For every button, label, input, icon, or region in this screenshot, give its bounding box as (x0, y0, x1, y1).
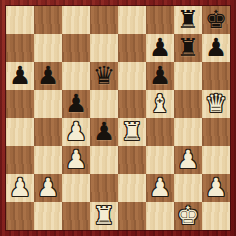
white-pawn[interactable]: ♟ (37, 174, 59, 202)
square-a5[interactable] (6, 90, 34, 118)
square-h4[interactable] (202, 118, 230, 146)
square-d5[interactable] (90, 90, 118, 118)
square-f3[interactable] (146, 146, 174, 174)
square-d8[interactable] (90, 6, 118, 34)
square-h6[interactable] (202, 62, 230, 90)
black-queen[interactable]: ♛ (93, 62, 115, 90)
square-e6[interactable] (118, 62, 146, 90)
square-c6[interactable] (62, 62, 90, 90)
square-b2[interactable]: ♟ (34, 174, 62, 202)
square-f6[interactable]: ♟ (146, 62, 174, 90)
chess-board-frame: ♜♚♟♜♟♟♟♛♟♟♝♛♟♟♜♟♟♟♟♟♟♜♚ (0, 0, 236, 236)
white-pawn[interactable]: ♟ (65, 146, 87, 174)
square-f1[interactable] (146, 202, 174, 230)
square-c1[interactable] (62, 202, 90, 230)
white-pawn[interactable]: ♟ (177, 146, 199, 174)
square-d2[interactable] (90, 174, 118, 202)
white-bishop[interactable]: ♝ (149, 90, 171, 118)
white-pawn[interactable]: ♟ (65, 118, 87, 146)
square-h2[interactable]: ♟ (202, 174, 230, 202)
square-b1[interactable] (34, 202, 62, 230)
square-a2[interactable]: ♟ (6, 174, 34, 202)
square-c4[interactable]: ♟ (62, 118, 90, 146)
square-c3[interactable]: ♟ (62, 146, 90, 174)
square-b6[interactable]: ♟ (34, 62, 62, 90)
black-pawn[interactable]: ♟ (37, 62, 59, 90)
square-f8[interactable] (146, 6, 174, 34)
square-d7[interactable] (90, 34, 118, 62)
square-a7[interactable] (6, 34, 34, 62)
square-f7[interactable]: ♟ (146, 34, 174, 62)
square-e8[interactable] (118, 6, 146, 34)
square-a6[interactable]: ♟ (6, 62, 34, 90)
black-rook[interactable]: ♜ (177, 6, 199, 34)
square-a4[interactable] (6, 118, 34, 146)
square-d4[interactable]: ♟ (90, 118, 118, 146)
square-f4[interactable] (146, 118, 174, 146)
black-king[interactable]: ♚ (205, 6, 227, 34)
square-d6[interactable]: ♛ (90, 62, 118, 90)
white-king[interactable]: ♚ (177, 202, 199, 230)
square-b7[interactable] (34, 34, 62, 62)
black-pawn[interactable]: ♟ (9, 62, 31, 90)
square-h7[interactable]: ♟ (202, 34, 230, 62)
black-pawn[interactable]: ♟ (65, 90, 87, 118)
square-a1[interactable] (6, 202, 34, 230)
black-pawn[interactable]: ♟ (205, 34, 227, 62)
chess-board: ♜♚♟♜♟♟♟♛♟♟♝♛♟♟♜♟♟♟♟♟♟♜♚ (6, 6, 230, 230)
white-rook[interactable]: ♜ (93, 202, 115, 230)
black-rook[interactable]: ♜ (177, 34, 199, 62)
square-f5[interactable]: ♝ (146, 90, 174, 118)
square-b8[interactable] (34, 6, 62, 34)
square-g3[interactable]: ♟ (174, 146, 202, 174)
square-d3[interactable] (90, 146, 118, 174)
black-pawn[interactable]: ♟ (149, 62, 171, 90)
white-queen[interactable]: ♛ (205, 90, 227, 118)
square-g8[interactable]: ♜ (174, 6, 202, 34)
square-c8[interactable] (62, 6, 90, 34)
square-e7[interactable] (118, 34, 146, 62)
square-h8[interactable]: ♚ (202, 6, 230, 34)
square-g2[interactable] (174, 174, 202, 202)
square-e5[interactable] (118, 90, 146, 118)
square-e3[interactable] (118, 146, 146, 174)
black-pawn[interactable]: ♟ (149, 34, 171, 62)
square-e2[interactable] (118, 174, 146, 202)
square-e1[interactable] (118, 202, 146, 230)
square-h1[interactable] (202, 202, 230, 230)
white-rook[interactable]: ♜ (121, 118, 143, 146)
square-a8[interactable] (6, 6, 34, 34)
square-c5[interactable]: ♟ (62, 90, 90, 118)
square-f2[interactable]: ♟ (146, 174, 174, 202)
square-h3[interactable] (202, 146, 230, 174)
square-a3[interactable] (6, 146, 34, 174)
square-h5[interactable]: ♛ (202, 90, 230, 118)
square-b3[interactable] (34, 146, 62, 174)
square-g1[interactable]: ♚ (174, 202, 202, 230)
white-pawn[interactable]: ♟ (149, 174, 171, 202)
square-d1[interactable]: ♜ (90, 202, 118, 230)
black-pawn[interactable]: ♟ (93, 118, 115, 146)
square-g6[interactable] (174, 62, 202, 90)
square-b5[interactable] (34, 90, 62, 118)
square-g7[interactable]: ♜ (174, 34, 202, 62)
white-pawn[interactable]: ♟ (9, 174, 31, 202)
square-c7[interactable] (62, 34, 90, 62)
square-g4[interactable] (174, 118, 202, 146)
square-b4[interactable] (34, 118, 62, 146)
square-g5[interactable] (174, 90, 202, 118)
square-e4[interactable]: ♜ (118, 118, 146, 146)
square-c2[interactable] (62, 174, 90, 202)
white-pawn[interactable]: ♟ (205, 174, 227, 202)
